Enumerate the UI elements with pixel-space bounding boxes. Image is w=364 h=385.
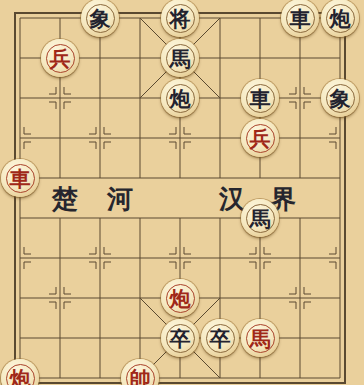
piece-ring: 帥	[126, 364, 155, 385]
piece-glyph: 炮	[170, 88, 191, 109]
piece-glyph: 帥	[130, 368, 151, 385]
piece-red-chariot[interactable]: 車	[1, 159, 39, 197]
piece-glyph: 車	[10, 168, 31, 189]
piece-glyph: 炮	[330, 8, 351, 29]
piece-black-elephant[interactable]: 象	[81, 0, 119, 37]
piece-black-elephant[interactable]: 象	[321, 79, 359, 117]
piece-black-chariot[interactable]: 車	[281, 0, 319, 37]
piece-black-soldier[interactable]: 卒	[201, 319, 239, 357]
piece-black-cannon[interactable]: 炮	[161, 79, 199, 117]
river-label-chu: 楚	[52, 182, 78, 217]
river-label-he: 河	[107, 182, 133, 217]
piece-black-soldier[interactable]: 卒	[161, 319, 199, 357]
piece-red-cannon[interactable]: 炮	[161, 279, 199, 317]
piece-ring: 兵	[246, 124, 275, 153]
piece-ring: 馬	[166, 44, 195, 73]
piece-glyph: 車	[290, 8, 311, 29]
piece-glyph: 馬	[170, 48, 191, 69]
piece-ring: 象	[326, 84, 355, 113]
piece-black-chariot[interactable]: 車	[241, 79, 279, 117]
piece-black-cannon[interactable]: 炮	[321, 0, 359, 37]
piece-glyph: 馬	[250, 208, 271, 229]
piece-ring: 馬	[246, 324, 275, 353]
xiangqi-board: 楚 河 汉 界 象将車炮兵馬炮車象兵車馬炮卒卒馬炮帥	[0, 0, 364, 385]
piece-red-soldier[interactable]: 兵	[241, 119, 279, 157]
piece-ring: 卒	[206, 324, 235, 353]
piece-glyph: 馬	[250, 328, 271, 349]
piece-glyph: 卒	[210, 328, 231, 349]
piece-glyph: 炮	[10, 368, 31, 385]
piece-ring: 炮	[326, 4, 355, 33]
piece-glyph: 将	[170, 8, 191, 29]
piece-glyph: 卒	[170, 328, 191, 349]
piece-ring: 車	[6, 164, 35, 193]
piece-ring: 将	[166, 4, 195, 33]
piece-ring: 炮	[6, 364, 35, 385]
piece-black-horse[interactable]: 馬	[241, 199, 279, 237]
piece-black-general[interactable]: 将	[161, 0, 199, 37]
piece-red-horse[interactable]: 馬	[241, 319, 279, 357]
piece-glyph: 兵	[250, 128, 271, 149]
piece-glyph: 車	[250, 88, 271, 109]
piece-ring: 炮	[166, 84, 195, 113]
piece-black-horse[interactable]: 馬	[161, 39, 199, 77]
piece-red-soldier[interactable]: 兵	[41, 39, 79, 77]
piece-ring: 象	[86, 4, 115, 33]
piece-ring: 卒	[166, 324, 195, 353]
piece-glyph: 兵	[50, 48, 71, 69]
piece-glyph: 象	[330, 88, 351, 109]
piece-ring: 炮	[166, 284, 195, 313]
piece-ring: 車	[286, 4, 315, 33]
piece-ring: 馬	[246, 204, 275, 233]
piece-ring: 兵	[46, 44, 75, 73]
piece-glyph: 象	[90, 8, 111, 29]
piece-glyph: 炮	[170, 288, 191, 309]
piece-ring: 車	[246, 84, 275, 113]
